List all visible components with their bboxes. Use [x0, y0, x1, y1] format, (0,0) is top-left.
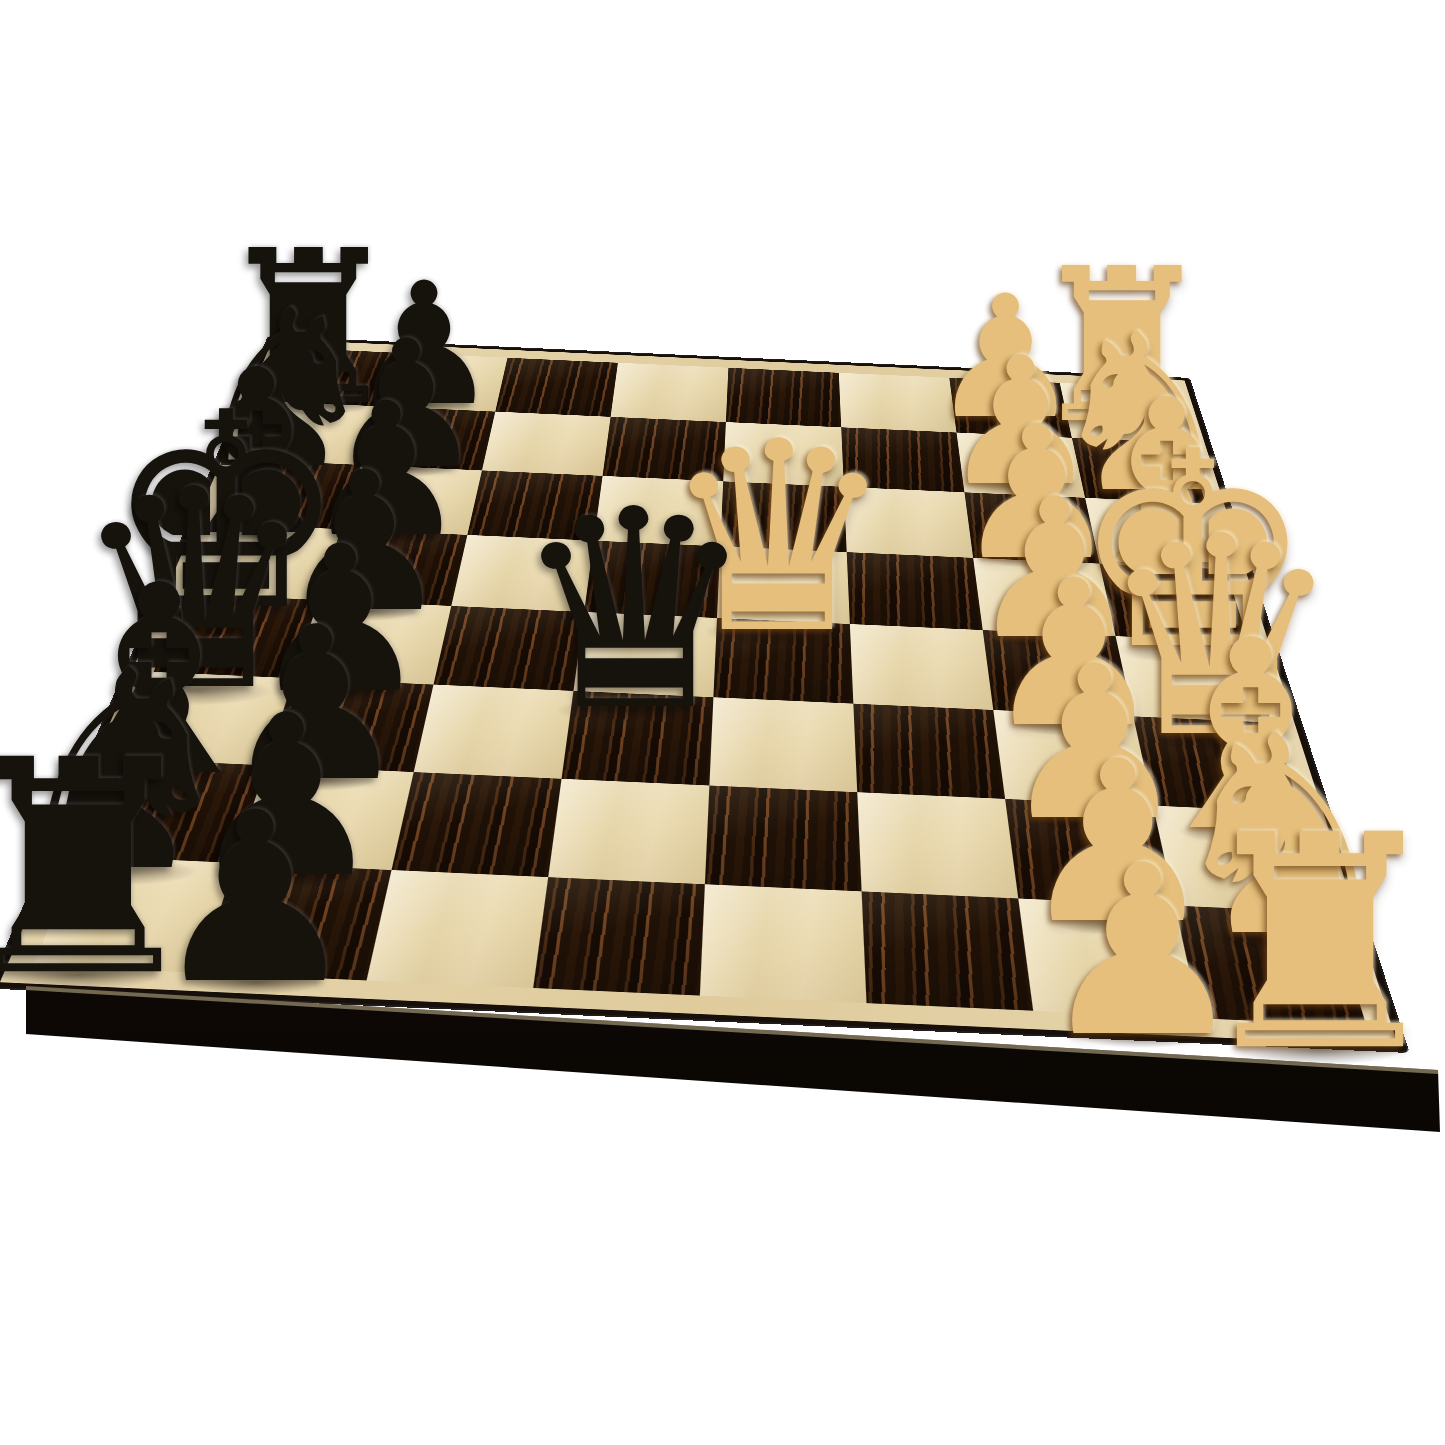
piece-black-pawn-a7[interactable]: ♟ [150, 781, 361, 1016]
pieces-layer: ♜♞♝♛♚♝♞♜♟♟♟♟♟♟♟♟♛♛♟♟♟♟♟♟♟♟♜♞♝♛♚♝♞♜ [0, 0, 1445, 1445]
piece-white-pawn-a2[interactable]: ♟ [1037, 834, 1248, 1069]
chess-photo-stage: ♜♞♝♛♚♝♞♜♟♟♟♟♟♟♟♟♛♛♟♟♟♟♟♟♟♟♜♞♝♛♚♝♞♜ [0, 0, 1445, 1445]
piece-black-queen-d5[interactable]: ♛ [510, 474, 757, 749]
